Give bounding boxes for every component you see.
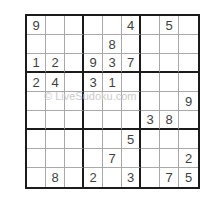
- cell-r1-c3[interactable]: [65, 16, 84, 35]
- cell-r2-c2[interactable]: [46, 35, 65, 54]
- cell-r2-c7[interactable]: [141, 35, 160, 54]
- cell-r9-c5[interactable]: [103, 168, 122, 187]
- cell-r5-c5[interactable]: [103, 92, 122, 111]
- cell-r8-c8[interactable]: [160, 149, 179, 168]
- cell-r3-c2[interactable]: 2: [46, 54, 65, 73]
- cell-r4-c5[interactable]: 1: [103, 73, 122, 92]
- cell-r9-c7[interactable]: [141, 168, 160, 187]
- cell-r9-c6[interactable]: 3: [122, 168, 141, 187]
- cell-r7-c8[interactable]: [160, 130, 179, 149]
- cell-r3-c4[interactable]: 9: [84, 54, 103, 73]
- cell-r7-c9[interactable]: [179, 130, 198, 149]
- cell-r5-c9[interactable]: 9: [179, 92, 198, 111]
- cell-r2-c3[interactable]: [65, 35, 84, 54]
- cell-r5-c3[interactable]: [65, 92, 84, 111]
- cell-r1-c7[interactable]: [141, 16, 160, 35]
- cell-r6-c7[interactable]: 3: [141, 111, 160, 130]
- cell-r4-c3[interactable]: [65, 73, 84, 92]
- cell-r4-c9[interactable]: [179, 73, 198, 92]
- cell-r3-c7[interactable]: [141, 54, 160, 73]
- cell-r9-c9[interactable]: 5: [179, 168, 198, 187]
- cell-r5-c7[interactable]: [141, 92, 160, 111]
- cell-r3-c5[interactable]: 3: [103, 54, 122, 73]
- cell-r9-c3[interactable]: [65, 168, 84, 187]
- cell-r1-c6[interactable]: 4: [122, 16, 141, 35]
- cell-r3-c1[interactable]: 1: [27, 54, 46, 73]
- cell-r8-c5[interactable]: 7: [103, 149, 122, 168]
- cell-r6-c6[interactable]: [122, 111, 141, 130]
- cell-r7-c4[interactable]: [84, 130, 103, 149]
- cell-r8-c4[interactable]: [84, 149, 103, 168]
- cell-r5-c1[interactable]: [27, 92, 46, 111]
- cell-r6-c1[interactable]: [27, 111, 46, 130]
- sudoku-board[interactable]: 945812937243193857282375: [25, 14, 200, 189]
- cell-r8-c6[interactable]: [122, 149, 141, 168]
- cell-r8-c3[interactable]: [65, 149, 84, 168]
- cell-r5-c2[interactable]: [46, 92, 65, 111]
- cell-r2-c8[interactable]: [160, 35, 179, 54]
- cell-r6-c4[interactable]: [84, 111, 103, 130]
- cell-r4-c6[interactable]: [122, 73, 141, 92]
- cell-r9-c8[interactable]: 7: [160, 168, 179, 187]
- cell-r3-c8[interactable]: [160, 54, 179, 73]
- sudoku-page: 945812937243193857282375 © LiveSudoku.co…: [0, 0, 200, 200]
- cell-r1-c2[interactable]: [46, 16, 65, 35]
- cell-r4-c4[interactable]: 3: [84, 73, 103, 92]
- cell-r1-c9[interactable]: [179, 16, 198, 35]
- cell-r1-c8[interactable]: 5: [160, 16, 179, 35]
- cell-r4-c2[interactable]: 4: [46, 73, 65, 92]
- cell-r1-c5[interactable]: [103, 16, 122, 35]
- cell-r8-c7[interactable]: [141, 149, 160, 168]
- cell-r7-c5[interactable]: [103, 130, 122, 149]
- cell-r6-c3[interactable]: [65, 111, 84, 130]
- cell-r6-c8[interactable]: 8: [160, 111, 179, 130]
- cell-r7-c1[interactable]: [27, 130, 46, 149]
- cell-r3-c9[interactable]: [179, 54, 198, 73]
- cell-r2-c1[interactable]: [27, 35, 46, 54]
- cell-r3-c3[interactable]: [65, 54, 84, 73]
- cell-r8-c9[interactable]: 2: [179, 149, 198, 168]
- cell-r5-c8[interactable]: [160, 92, 179, 111]
- cell-r1-c1[interactable]: 9: [27, 16, 46, 35]
- cell-r3-c6[interactable]: 7: [122, 54, 141, 73]
- cell-r9-c4[interactable]: 2: [84, 168, 103, 187]
- cell-r7-c6[interactable]: 5: [122, 130, 141, 149]
- cell-r2-c6[interactable]: [122, 35, 141, 54]
- cell-r9-c2[interactable]: 8: [46, 168, 65, 187]
- cell-r7-c7[interactable]: [141, 130, 160, 149]
- cell-r6-c2[interactable]: [46, 111, 65, 130]
- cell-r4-c1[interactable]: 2: [27, 73, 46, 92]
- cell-r5-c4[interactable]: [84, 92, 103, 111]
- cell-r2-c5[interactable]: 8: [103, 35, 122, 54]
- cell-r6-c5[interactable]: [103, 111, 122, 130]
- cell-r6-c9[interactable]: [179, 111, 198, 130]
- cell-r7-c2[interactable]: [46, 130, 65, 149]
- cell-r9-c1[interactable]: [27, 168, 46, 187]
- cell-r2-c4[interactable]: [84, 35, 103, 54]
- cell-r4-c8[interactable]: [160, 73, 179, 92]
- cell-r5-c6[interactable]: [122, 92, 141, 111]
- cell-r2-c9[interactable]: [179, 35, 198, 54]
- cell-r1-c4[interactable]: [84, 16, 103, 35]
- cell-r8-c2[interactable]: [46, 149, 65, 168]
- cell-r8-c1[interactable]: [27, 149, 46, 168]
- cell-r7-c3[interactable]: [65, 130, 84, 149]
- cell-r4-c7[interactable]: [141, 73, 160, 92]
